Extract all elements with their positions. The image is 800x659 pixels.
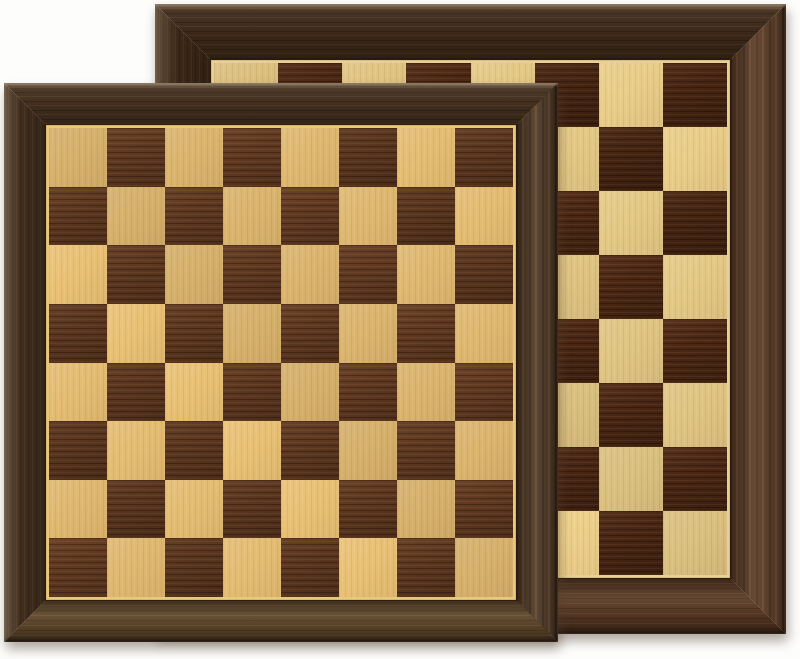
- chessboard-front: [4, 83, 558, 642]
- square: [165, 363, 223, 422]
- front-frame-left: [4, 83, 46, 642]
- square: [455, 421, 513, 480]
- square: [49, 363, 107, 422]
- square: [599, 383, 663, 447]
- back-frame-right: [730, 4, 786, 634]
- square: [663, 191, 727, 255]
- square: [663, 447, 727, 511]
- square: [165, 187, 223, 246]
- square: [455, 480, 513, 539]
- square: [107, 187, 165, 246]
- square: [107, 363, 165, 422]
- square: [49, 187, 107, 246]
- square: [281, 128, 339, 187]
- square: [339, 421, 397, 480]
- square: [663, 383, 727, 447]
- square: [165, 245, 223, 304]
- front-frame-right: [516, 83, 558, 642]
- square: [455, 128, 513, 187]
- square: [397, 480, 455, 539]
- square: [49, 421, 107, 480]
- square: [599, 255, 663, 319]
- square: [397, 304, 455, 363]
- square: [339, 245, 397, 304]
- square: [397, 363, 455, 422]
- square: [49, 480, 107, 539]
- square: [599, 511, 663, 575]
- square: [663, 511, 727, 575]
- square: [339, 480, 397, 539]
- square: [663, 127, 727, 191]
- square: [339, 128, 397, 187]
- square: [599, 191, 663, 255]
- square: [223, 538, 281, 597]
- square: [599, 447, 663, 511]
- square: [165, 480, 223, 539]
- front-frame-bottom: [4, 600, 558, 642]
- square: [165, 128, 223, 187]
- square: [281, 187, 339, 246]
- square: [281, 363, 339, 422]
- square: [165, 538, 223, 597]
- square: [49, 304, 107, 363]
- square: [223, 128, 281, 187]
- square: [107, 245, 165, 304]
- square: [49, 538, 107, 597]
- square: [455, 245, 513, 304]
- square: [397, 538, 455, 597]
- square: [397, 128, 455, 187]
- square: [107, 421, 165, 480]
- square: [281, 480, 339, 539]
- front-frame-top: [4, 83, 558, 125]
- front-playing-area: [46, 125, 516, 600]
- square: [107, 480, 165, 539]
- square: [339, 304, 397, 363]
- square: [397, 421, 455, 480]
- square: [339, 363, 397, 422]
- square: [599, 127, 663, 191]
- square: [223, 304, 281, 363]
- square: [223, 245, 281, 304]
- square: [223, 480, 281, 539]
- front-squares-grid: [49, 128, 513, 597]
- square: [223, 363, 281, 422]
- square: [339, 538, 397, 597]
- square: [107, 304, 165, 363]
- square: [397, 245, 455, 304]
- square: [455, 538, 513, 597]
- square: [455, 187, 513, 246]
- square: [455, 304, 513, 363]
- square: [599, 63, 663, 127]
- square: [663, 63, 727, 127]
- square: [223, 187, 281, 246]
- square: [663, 255, 727, 319]
- square: [49, 245, 107, 304]
- chessboards-photo: [0, 0, 800, 659]
- back-frame-top: [155, 4, 786, 60]
- square: [455, 363, 513, 422]
- square: [281, 245, 339, 304]
- square: [339, 187, 397, 246]
- square: [165, 421, 223, 480]
- square: [281, 421, 339, 480]
- square: [599, 319, 663, 383]
- square: [107, 128, 165, 187]
- square: [165, 304, 223, 363]
- square: [107, 538, 165, 597]
- square: [281, 538, 339, 597]
- square: [397, 187, 455, 246]
- square: [223, 421, 281, 480]
- square: [663, 319, 727, 383]
- square: [49, 128, 107, 187]
- square: [281, 304, 339, 363]
